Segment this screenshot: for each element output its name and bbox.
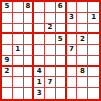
- cell-r1c7-empty[interactable]: [67, 2, 78, 13]
- cell-r7c7-empty[interactable]: [67, 67, 78, 78]
- cell-r1c8-empty[interactable]: [77, 2, 88, 13]
- cell-r7c1-given-2: 2: [2, 67, 13, 78]
- cell-r7c9-empty[interactable]: [88, 67, 99, 78]
- cell-r7c5-empty[interactable]: [45, 67, 56, 78]
- cell-r5c8-empty[interactable]: [77, 45, 88, 56]
- cell-r4c9-empty[interactable]: [88, 34, 99, 45]
- cell-r7c6-empty[interactable]: [56, 67, 67, 78]
- cell-r8c2-empty[interactable]: [13, 77, 24, 88]
- cell-r1c3-given-8: 8: [24, 2, 35, 13]
- cell-r7c4-given-4: 4: [34, 67, 45, 78]
- cell-r4c7-empty[interactable]: [67, 34, 78, 45]
- cell-r6c5-empty[interactable]: [45, 56, 56, 67]
- cell-r8c5-given-7: 7: [45, 77, 56, 88]
- cell-r9c5-empty[interactable]: [45, 88, 56, 99]
- cell-r6c7-empty[interactable]: [67, 56, 78, 67]
- cell-r5c6-empty[interactable]: [56, 45, 67, 56]
- cell-r1c4-empty[interactable]: [34, 2, 45, 13]
- cell-r8c1-empty[interactable]: [2, 77, 13, 88]
- cell-r4c4-empty[interactable]: [34, 34, 45, 45]
- cell-r2c3-empty[interactable]: [24, 13, 35, 24]
- cell-r9c9-empty[interactable]: [88, 88, 99, 99]
- cell-r6c8-empty[interactable]: [77, 56, 88, 67]
- cell-r9c4-given-3: 3: [34, 88, 45, 99]
- sudoku-board: 58631252179248173: [0, 0, 101, 101]
- cell-r2c6-empty[interactable]: [56, 13, 67, 24]
- cell-r2c9-given-1: 1: [88, 13, 99, 24]
- cell-r1c2-empty[interactable]: [13, 2, 24, 13]
- cell-r1c9-empty[interactable]: [88, 2, 99, 13]
- cell-r3c7-empty[interactable]: [67, 24, 78, 35]
- cell-r8c8-empty[interactable]: [77, 77, 88, 88]
- cell-r8c9-empty[interactable]: [88, 77, 99, 88]
- cell-r2c2-empty[interactable]: [13, 13, 24, 24]
- cell-r5c7-given-7: 7: [67, 45, 78, 56]
- cell-r2c8-empty[interactable]: [77, 13, 88, 24]
- cell-r2c1-empty[interactable]: [2, 13, 13, 24]
- cell-r2c5-empty[interactable]: [45, 13, 56, 24]
- cell-r3c4-empty[interactable]: [34, 24, 45, 35]
- cell-r4c1-empty[interactable]: [2, 34, 13, 45]
- cell-r3c9-empty[interactable]: [88, 24, 99, 35]
- cell-r4c8-given-2: 2: [77, 34, 88, 45]
- cell-r5c4-empty[interactable]: [34, 45, 45, 56]
- cell-r3c8-empty[interactable]: [77, 24, 88, 35]
- cell-r4c3-empty[interactable]: [24, 34, 35, 45]
- cell-r3c1-empty[interactable]: [2, 24, 13, 35]
- cell-r9c6-empty[interactable]: [56, 88, 67, 99]
- cell-r5c9-empty[interactable]: [88, 45, 99, 56]
- cell-r4c5-empty[interactable]: [45, 34, 56, 45]
- cell-r5c1-empty[interactable]: [2, 45, 13, 56]
- cell-r5c3-empty[interactable]: [24, 45, 35, 56]
- cell-r7c8-given-8: 8: [77, 67, 88, 78]
- cell-r6c6-empty[interactable]: [56, 56, 67, 67]
- cell-r2c4-empty[interactable]: [34, 13, 45, 24]
- cell-r7c2-empty[interactable]: [13, 67, 24, 78]
- cell-r1c1-given-5: 5: [2, 2, 13, 13]
- cell-r8c3-empty[interactable]: [24, 77, 35, 88]
- cell-r9c1-empty[interactable]: [2, 88, 13, 99]
- cell-r5c2-given-1: 1: [13, 45, 24, 56]
- cell-r9c7-empty[interactable]: [67, 88, 78, 99]
- cell-r8c6-empty[interactable]: [56, 77, 67, 88]
- cell-r6c1-given-9: 9: [2, 56, 13, 67]
- cell-r6c3-empty[interactable]: [24, 56, 35, 67]
- cell-r1c5-empty[interactable]: [45, 2, 56, 13]
- cell-r8c4-given-1: 1: [34, 77, 45, 88]
- cell-r5c5-empty[interactable]: [45, 45, 56, 56]
- cell-r2c7-given-3: 3: [67, 13, 78, 24]
- cell-r6c9-empty[interactable]: [88, 56, 99, 67]
- cell-r4c2-empty[interactable]: [13, 34, 24, 45]
- cell-r9c3-empty[interactable]: [24, 88, 35, 99]
- cell-r6c4-empty[interactable]: [34, 56, 45, 67]
- cell-r6c2-empty[interactable]: [13, 56, 24, 67]
- cell-r9c8-empty[interactable]: [77, 88, 88, 99]
- cell-r9c2-empty[interactable]: [13, 88, 24, 99]
- cell-r3c6-empty[interactable]: [56, 24, 67, 35]
- cell-r3c5-given-2: 2: [45, 24, 56, 35]
- cell-r3c2-empty[interactable]: [13, 24, 24, 35]
- cell-r4c6-given-5: 5: [56, 34, 67, 45]
- cell-r3c3-empty[interactable]: [24, 24, 35, 35]
- cell-r1c6-given-6: 6: [56, 2, 67, 13]
- cell-r8c7-empty[interactable]: [67, 77, 78, 88]
- cell-r7c3-empty[interactable]: [24, 67, 35, 78]
